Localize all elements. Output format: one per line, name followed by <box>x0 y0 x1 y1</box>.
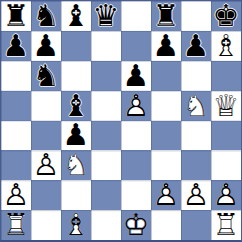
square-h5[interactable]: ♛♕ <box>211 91 241 121</box>
square-f2[interactable]: ♟♙ <box>151 180 181 210</box>
square-a1[interactable]: ♜♖ <box>1 210 31 240</box>
square-c3[interactable]: ♞♘ <box>61 150 91 180</box>
square-b1[interactable] <box>31 210 61 240</box>
square-g2[interactable]: ♟♙ <box>181 180 211 210</box>
chess-board: ♜♞♝♛♜♚♟♟♟♟♝♗♞♟♝♟♙♞♘♛♕♟♟♙♞♘♟♙♟♙♟♙♟♙♜♖♝♗♚♔… <box>0 0 242 242</box>
square-d1[interactable] <box>91 210 121 240</box>
square-d3[interactable] <box>91 150 121 180</box>
square-f3[interactable] <box>151 150 181 180</box>
piece-black-queen-icon[interactable]: ♛ <box>91 1 121 31</box>
piece-outline-glyph: ♙ <box>151 180 181 210</box>
square-d5[interactable] <box>91 91 121 121</box>
square-f1[interactable] <box>151 210 181 240</box>
piece-black-pawn-icon[interactable]: ♟ <box>121 61 151 91</box>
piece-fill-glyph: ♟ <box>1 31 31 61</box>
square-f7[interactable]: ♟ <box>151 31 181 61</box>
piece-fill-glyph: ♛ <box>91 1 121 31</box>
piece-fill-glyph: ♟ <box>31 31 61 61</box>
piece-outline-glyph: ♙ <box>31 150 61 180</box>
square-a5[interactable] <box>1 91 31 121</box>
piece-fill-glyph: ♚ <box>211 1 241 31</box>
square-f5[interactable] <box>151 91 181 121</box>
square-b3[interactable]: ♟♙ <box>31 150 61 180</box>
square-h7[interactable]: ♝♗ <box>211 31 241 61</box>
piece-outline-glyph: ♙ <box>121 91 151 121</box>
square-g3[interactable] <box>181 150 211 180</box>
piece-fill-glyph: ♟ <box>151 31 181 61</box>
square-g5[interactable]: ♞♘ <box>181 91 211 121</box>
piece-fill-glyph: ♞ <box>31 61 61 91</box>
square-c6[interactable] <box>61 61 91 91</box>
piece-black-pawn-icon[interactable]: ♟ <box>61 121 91 151</box>
piece-white-knight-icon[interactable]: ♞♘ <box>61 150 91 180</box>
square-b5[interactable] <box>31 91 61 121</box>
square-f8[interactable]: ♜ <box>151 1 181 31</box>
piece-fill-glyph: ♜ <box>1 1 31 31</box>
square-h8[interactable]: ♚ <box>211 1 241 31</box>
square-c1[interactable]: ♝♗ <box>61 210 91 240</box>
square-h2[interactable]: ♟♙ <box>211 180 241 210</box>
piece-outline-glyph: ♖ <box>211 210 241 240</box>
square-a7[interactable]: ♟ <box>1 31 31 61</box>
piece-white-rook-icon[interactable]: ♜♖ <box>211 210 241 240</box>
piece-white-king-icon[interactable]: ♚♔ <box>121 210 151 240</box>
square-c8[interactable]: ♝ <box>61 1 91 31</box>
square-b8[interactable]: ♞ <box>31 1 61 31</box>
square-h6[interactable] <box>211 61 241 91</box>
piece-outline-glyph: ♔ <box>121 210 151 240</box>
square-f6[interactable] <box>151 61 181 91</box>
square-b4[interactable] <box>31 121 61 151</box>
piece-white-bishop-icon[interactable]: ♝♗ <box>61 210 91 240</box>
square-e4[interactable] <box>121 121 151 151</box>
piece-fill-glyph: ♟ <box>61 121 91 151</box>
square-h4[interactable] <box>211 121 241 151</box>
square-a3[interactable] <box>1 150 31 180</box>
piece-black-pawn-icon[interactable]: ♟ <box>181 31 211 61</box>
piece-white-queen-icon[interactable]: ♛♕ <box>211 91 241 121</box>
square-e5[interactable]: ♟♙ <box>121 91 151 121</box>
piece-outline-glyph: ♙ <box>211 180 241 210</box>
square-e7[interactable] <box>121 31 151 61</box>
square-f4[interactable] <box>151 121 181 151</box>
piece-black-pawn-icon[interactable]: ♟ <box>31 31 61 61</box>
square-e6[interactable]: ♟ <box>121 61 151 91</box>
square-h1[interactable]: ♜♖ <box>211 210 241 240</box>
square-a8[interactable]: ♜ <box>1 1 31 31</box>
piece-white-knight-icon[interactable]: ♞♘ <box>181 91 211 121</box>
piece-fill-glyph: ♞ <box>31 1 61 31</box>
piece-black-knight-icon[interactable]: ♞ <box>31 61 61 91</box>
square-e2[interactable] <box>121 180 151 210</box>
piece-white-pawn-icon[interactable]: ♟♙ <box>181 180 211 210</box>
piece-fill-glyph: ♝ <box>61 91 91 121</box>
piece-white-pawn-icon[interactable]: ♟♙ <box>121 91 151 121</box>
piece-black-king-icon[interactable]: ♚ <box>211 1 241 31</box>
square-d4[interactable] <box>91 121 121 151</box>
piece-white-rook-icon[interactable]: ♜♖ <box>1 210 31 240</box>
piece-black-rook-icon[interactable]: ♜ <box>151 1 181 31</box>
piece-outline-glyph: ♙ <box>181 180 211 210</box>
square-e1[interactable]: ♚♔ <box>121 210 151 240</box>
piece-black-pawn-icon[interactable]: ♟ <box>1 31 31 61</box>
square-g1[interactable] <box>181 210 211 240</box>
piece-outline-glyph: ♙ <box>1 180 31 210</box>
piece-outline-glyph: ♖ <box>1 210 31 240</box>
piece-black-rook-icon[interactable]: ♜ <box>1 1 31 31</box>
square-b7[interactable]: ♟ <box>31 31 61 61</box>
piece-outline-glyph: ♗ <box>211 31 241 61</box>
square-b2[interactable] <box>31 180 61 210</box>
square-a4[interactable] <box>1 121 31 151</box>
square-c7[interactable] <box>61 31 91 61</box>
piece-black-bishop-icon[interactable]: ♝ <box>61 1 91 31</box>
square-h3[interactable] <box>211 150 241 180</box>
square-d7[interactable] <box>91 31 121 61</box>
piece-black-bishop-icon[interactable]: ♝ <box>61 91 91 121</box>
square-a6[interactable] <box>1 61 31 91</box>
piece-outline-glyph: ♕ <box>211 91 241 121</box>
square-d8[interactable]: ♛ <box>91 1 121 31</box>
square-c4[interactable]: ♟ <box>61 121 91 151</box>
square-e8[interactable] <box>121 1 151 31</box>
piece-fill-glyph: ♟ <box>121 61 151 91</box>
piece-white-pawn-icon[interactable]: ♟♙ <box>1 180 31 210</box>
square-e3[interactable] <box>121 150 151 180</box>
piece-black-pawn-icon[interactable]: ♟ <box>151 31 181 61</box>
piece-white-bishop-icon[interactable]: ♝♗ <box>211 31 241 61</box>
piece-white-pawn-icon[interactable]: ♟♙ <box>31 150 61 180</box>
piece-white-pawn-icon[interactable]: ♟♙ <box>211 180 241 210</box>
square-d6[interactable] <box>91 61 121 91</box>
piece-black-knight-icon[interactable]: ♞ <box>31 1 61 31</box>
square-g4[interactable] <box>181 121 211 151</box>
square-b6[interactable]: ♞ <box>31 61 61 91</box>
square-g8[interactable] <box>181 1 211 31</box>
piece-outline-glyph: ♘ <box>181 91 211 121</box>
piece-fill-glyph: ♟ <box>181 31 211 61</box>
piece-outline-glyph: ♗ <box>61 210 91 240</box>
piece-white-pawn-icon[interactable]: ♟♙ <box>151 180 181 210</box>
piece-fill-glyph: ♝ <box>61 1 91 31</box>
square-c2[interactable] <box>61 180 91 210</box>
square-a2[interactable]: ♟♙ <box>1 180 31 210</box>
piece-fill-glyph: ♜ <box>151 1 181 31</box>
square-g6[interactable] <box>181 61 211 91</box>
square-d2[interactable] <box>91 180 121 210</box>
square-c5[interactable]: ♝ <box>61 91 91 121</box>
piece-outline-glyph: ♘ <box>61 150 91 180</box>
square-g7[interactable]: ♟ <box>181 31 211 61</box>
